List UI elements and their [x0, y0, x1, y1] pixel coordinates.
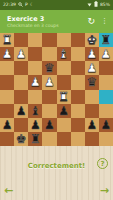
piece-black-queen: ♛ — [44, 62, 55, 74]
page-subtitle: Checkmate en 3 coups — [7, 23, 59, 29]
piece-black-rook: ♜ — [101, 34, 112, 46]
square-c6[interactable] — [28, 61, 42, 75]
square-c7[interactable] — [28, 47, 42, 61]
square-d5[interactable]: ♟ — [42, 75, 56, 89]
overflow-menu-icon[interactable]: ⋮ — [101, 18, 108, 25]
square-a7[interactable]: ♟ — [0, 47, 14, 61]
square-d1[interactable] — [42, 132, 56, 146]
square-d8[interactable] — [42, 33, 56, 47]
square-e1[interactable] — [57, 132, 71, 146]
piece-black-pawn: ♟ — [16, 105, 27, 117]
piece-black-pawn: ♟ — [30, 119, 41, 131]
square-e7[interactable]: ♝ — [57, 47, 71, 61]
square-g4[interactable] — [85, 90, 99, 104]
square-c1[interactable]: ♜ — [28, 132, 42, 146]
refresh-icon[interactable]: ↻ — [87, 17, 95, 26]
square-e6[interactable] — [57, 61, 71, 75]
piece-white-bishop: ♝ — [58, 48, 69, 60]
square-g8[interactable]: ♚ — [85, 33, 99, 47]
app-bar: Exercice 3 Checkmate en 3 coups ↻ ⋮ — [0, 10, 113, 33]
square-b3[interactable]: ♟ — [14, 104, 28, 118]
square-b1[interactable]: ♚ — [14, 132, 28, 146]
wifi-icon — [87, 2, 92, 9]
piece-white-king: ♚ — [86, 34, 97, 46]
square-g3[interactable] — [85, 104, 99, 118]
square-e8[interactable] — [57, 33, 71, 47]
square-h8[interactable]: ♜ — [99, 33, 113, 47]
square-e3[interactable]: ♟ — [57, 104, 71, 118]
square-f6[interactable] — [71, 61, 85, 75]
search-icon — [18, 2, 23, 9]
app-screen: 22:39 P ☾ 85% Exercice 3 Checkmate en 3 … — [0, 0, 113, 200]
square-f7[interactable] — [71, 47, 85, 61]
piece-white-pawn: ♟ — [86, 62, 97, 74]
piece-black-pawn: ♟ — [44, 119, 55, 131]
chess-board: ♜♚♜♟♟♝♟♟♛♟♟♟♛♜♟♝♟♟♟♟♟♟♚♜ — [0, 33, 113, 146]
piece-black-pawn: ♟ — [58, 105, 69, 117]
square-b4[interactable] — [14, 90, 28, 104]
square-a2[interactable]: ♟ — [0, 118, 14, 132]
clock-time: 22:39 — [3, 3, 16, 8]
square-g1[interactable] — [85, 132, 99, 146]
square-a1[interactable] — [0, 132, 14, 146]
square-b8[interactable] — [14, 33, 28, 47]
battery-percent-label: 85% — [100, 3, 110, 8]
square-d7[interactable] — [42, 47, 56, 61]
square-g5[interactable]: ♛ — [85, 75, 99, 89]
square-h1[interactable] — [99, 132, 113, 146]
square-f8[interactable] — [71, 33, 85, 47]
piece-white-pawn: ♟ — [16, 48, 27, 60]
moon-notification-icon: ☾ — [30, 3, 34, 8]
square-a4[interactable] — [0, 90, 14, 104]
piece-white-rook: ♜ — [58, 91, 69, 103]
square-e5[interactable] — [57, 75, 71, 89]
square-d4[interactable] — [42, 90, 56, 104]
piece-white-pawn: ♟ — [30, 76, 41, 88]
square-h3[interactable] — [99, 104, 113, 118]
square-d2[interactable]: ♟ — [42, 118, 56, 132]
piece-white-rook: ♜ — [2, 34, 13, 46]
square-g6[interactable]: ♟ — [85, 61, 99, 75]
square-a8[interactable]: ♜ — [0, 33, 14, 47]
square-h7[interactable]: ♟ — [99, 47, 113, 61]
square-e4[interactable]: ♜ — [57, 90, 71, 104]
next-exercise-button[interactable]: → — [100, 185, 109, 196]
piece-white-pawn: ♟ — [2, 48, 13, 60]
piece-white-pawn: ♟ — [44, 76, 55, 88]
square-f3[interactable] — [71, 104, 85, 118]
square-f4[interactable] — [71, 90, 85, 104]
status-bar: 22:39 P ☾ 85% — [0, 0, 113, 10]
square-e2[interactable] — [57, 118, 71, 132]
square-g7[interactable]: ♟ — [85, 47, 99, 61]
square-g2[interactable]: ♟ — [85, 118, 99, 132]
square-c8[interactable] — [28, 33, 42, 47]
square-c4[interactable] — [28, 90, 42, 104]
piece-black-rook: ♜ — [30, 133, 41, 145]
piece-black-bishop: ♝ — [30, 105, 41, 117]
piece-black-pawn: ♟ — [101, 119, 112, 131]
piece-white-pawn: ♟ — [101, 48, 112, 60]
square-a6[interactable] — [0, 61, 14, 75]
piece-black-pawn: ♟ — [86, 119, 97, 131]
piece-white-pawn: ♟ — [86, 48, 97, 60]
square-b6[interactable] — [14, 61, 28, 75]
square-h5[interactable] — [99, 75, 113, 89]
square-f1[interactable] — [71, 132, 85, 146]
help-button[interactable]: ? — [97, 158, 108, 169]
square-d3[interactable] — [42, 104, 56, 118]
square-b5[interactable] — [14, 75, 28, 89]
square-b7[interactable]: ♟ — [14, 47, 28, 61]
square-c2[interactable]: ♟ — [28, 118, 42, 132]
piece-black-king: ♚ — [16, 133, 27, 145]
square-b2[interactable] — [14, 118, 28, 132]
square-h4[interactable] — [99, 90, 113, 104]
square-a3[interactable] — [0, 104, 14, 118]
square-c3[interactable]: ♝ — [28, 104, 42, 118]
square-f5[interactable] — [71, 75, 85, 89]
square-h6[interactable] — [99, 61, 113, 75]
square-c5[interactable]: ♟ — [28, 75, 42, 89]
piece-black-queen: ♛ — [86, 76, 97, 88]
square-h2[interactable]: ♟ — [99, 118, 113, 132]
square-d6[interactable]: ♛ — [42, 61, 56, 75]
page-title: Exercice 3 — [7, 15, 59, 23]
piece-black-pawn: ♟ — [2, 119, 13, 131]
prev-exercise-button[interactable]: ← — [4, 185, 13, 196]
bottom-panel: Correctement! ? ← → — [0, 146, 113, 200]
notification-app-icon: P — [25, 3, 28, 8]
battery-icon — [94, 1, 98, 9]
question-mark-icon: ? — [100, 160, 104, 168]
square-a5[interactable] — [0, 75, 14, 89]
square-f2[interactable] — [71, 118, 85, 132]
